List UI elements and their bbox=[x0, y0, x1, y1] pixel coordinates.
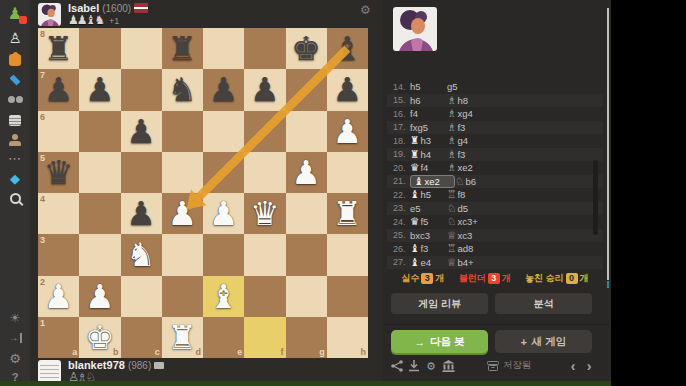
square-c4[interactable] bbox=[121, 193, 162, 234]
square-h2[interactable] bbox=[327, 276, 368, 317]
square-e6[interactable] bbox=[203, 111, 244, 152]
move-row: 15.h6♗h8 bbox=[387, 94, 603, 108]
move-row: 18.♜h3♗g4 bbox=[387, 134, 603, 148]
black-bishop-icon: ♗ bbox=[447, 108, 456, 119]
move-16.-b[interactable]: ♗xg4 bbox=[447, 108, 473, 120]
black-bishop-icon: ♗ bbox=[447, 135, 456, 146]
square-c2[interactable] bbox=[121, 276, 162, 317]
collapse-icon[interactable]: → bbox=[0, 328, 30, 348]
move-18.-w[interactable]: ♜h3 bbox=[410, 135, 447, 147]
white-queen-icon: ♛ bbox=[410, 162, 419, 173]
black-bishop-icon: ♗ bbox=[447, 162, 456, 173]
square-e2[interactable] bbox=[203, 276, 244, 317]
black-knight-icon: ♘ bbox=[447, 203, 456, 214]
move-21.-b[interactable]: ♘b6 bbox=[455, 175, 476, 187]
move-19.-b[interactable]: ♗f3 bbox=[447, 148, 465, 160]
square-a2[interactable]: 2 bbox=[38, 276, 79, 317]
app-window: ♟ ♙ ⋯ ◆ ☀ → ⚙ ? Isabel (1600) ♟♟♝♞ +1 87… bbox=[0, 0, 611, 381]
square-e1[interactable]: e bbox=[203, 317, 244, 358]
move-row: 16.f4♗xg4 bbox=[387, 107, 603, 121]
square-b4[interactable] bbox=[79, 193, 120, 234]
file-label-h: h bbox=[361, 348, 367, 357]
square-f4[interactable] bbox=[244, 193, 285, 234]
top-player-avatar[interactable] bbox=[38, 3, 61, 26]
pawn-logo-icon[interactable]: ♟ bbox=[0, 4, 30, 24]
move-row: 21.♝xe2♘b6 bbox=[387, 175, 603, 189]
square-d4[interactable] bbox=[162, 193, 203, 234]
move-15.-b[interactable]: ♗h8 bbox=[447, 94, 468, 106]
move-22.-w[interactable]: ♝h5 bbox=[410, 189, 447, 201]
square-b5[interactable] bbox=[79, 152, 120, 193]
square-c5[interactable] bbox=[121, 152, 162, 193]
prev-move-icon[interactable]: ‹ bbox=[565, 358, 581, 374]
rank-label-6: 6 bbox=[40, 113, 45, 122]
file-label-g: g bbox=[319, 348, 325, 357]
window-edge-track bbox=[607, 8, 609, 280]
white-bishop-icon: ♝ bbox=[410, 243, 419, 254]
square-e8[interactable] bbox=[203, 28, 244, 69]
move-23.-w[interactable]: e5 bbox=[410, 202, 447, 214]
top-player-bar: Isabel (1600) ♟♟♝♞ +1 bbox=[38, 2, 368, 27]
move-row: 14.h5g5 bbox=[387, 80, 603, 94]
move-18.-b[interactable]: ♗g4 bbox=[447, 135, 468, 147]
move-24.-b[interactable]: ♘xc3+ bbox=[447, 216, 478, 228]
move-15.-w[interactable]: h6 bbox=[410, 94, 447, 106]
move-row: 23.e5♘d5 bbox=[387, 202, 603, 216]
move-14.-w[interactable]: h5 bbox=[410, 81, 447, 93]
move-26.-b[interactable]: ♖ad8 bbox=[447, 243, 473, 255]
next-bot-button[interactable]: → 다음 봇 bbox=[391, 330, 488, 353]
file-label-c: c bbox=[155, 348, 160, 357]
white-bishop-icon: ♝ bbox=[410, 257, 419, 268]
latvia-flag-icon bbox=[134, 3, 148, 13]
notification-badge bbox=[19, 16, 27, 24]
move-number: 14. bbox=[393, 82, 410, 92]
news-icon[interactable] bbox=[0, 110, 30, 130]
move-27.-b[interactable]: ♕b4+ bbox=[447, 256, 474, 268]
move-21.-w[interactable]: ♝xe2 bbox=[410, 175, 455, 188]
square-h1[interactable]: h bbox=[327, 317, 368, 358]
file-label-b: b bbox=[113, 348, 119, 357]
window-edge-accent bbox=[607, 281, 609, 288]
settings-icon[interactable]: ⚙ bbox=[0, 348, 30, 368]
library-icon[interactable] bbox=[440, 358, 456, 374]
square-c8[interactable] bbox=[121, 28, 162, 69]
move-number: 26. bbox=[393, 244, 410, 254]
stat-count-badge: 3 bbox=[421, 273, 433, 284]
white-rook-icon: ♜ bbox=[410, 135, 419, 146]
move-17.-w[interactable]: fxg5 bbox=[410, 121, 447, 133]
white-bishop-icon: ♝ bbox=[414, 176, 423, 187]
watch-icon[interactable] bbox=[0, 90, 30, 110]
move-row: 19.♜h4♗f3 bbox=[387, 148, 603, 162]
square-g3[interactable] bbox=[286, 234, 327, 275]
square-g6[interactable] bbox=[286, 111, 327, 152]
analysis-panel: 14.h5g515.h6♗h816.f4♗xg417.fxg5♗f318.♜h3… bbox=[383, 0, 610, 381]
square-a5[interactable]: 5 bbox=[38, 152, 79, 193]
move-number: 17. bbox=[393, 122, 410, 132]
download-icon[interactable] bbox=[406, 358, 422, 374]
board-settings-icon[interactable]: ⚙ bbox=[360, 3, 371, 17]
premium-diamond-icon[interactable]: ◆ bbox=[0, 168, 30, 188]
square-d8[interactable] bbox=[162, 28, 203, 69]
square-f2[interactable] bbox=[244, 276, 285, 317]
black-bishop-icon: ♗ bbox=[447, 149, 456, 160]
black-rook-icon: ♖ bbox=[447, 243, 456, 254]
square-g8[interactable] bbox=[286, 28, 327, 69]
square-f6[interactable] bbox=[244, 111, 285, 152]
top-player-rating: (1600) bbox=[102, 3, 131, 14]
stats-row: 실수3개블런더3개놓친 승리0개 bbox=[387, 272, 603, 285]
move-row: 20.♛f4♗xe2 bbox=[387, 161, 603, 175]
move-row: 24.♛f5♘xc3+ bbox=[387, 215, 603, 229]
move-row: 22.♝h5♖f8 bbox=[387, 188, 603, 202]
white-rook-icon: ♜ bbox=[410, 149, 419, 160]
black-queen-icon: ♕ bbox=[447, 257, 456, 268]
square-d6[interactable] bbox=[162, 111, 203, 152]
square-b8[interactable] bbox=[79, 28, 120, 69]
move-23.-b[interactable]: ♘d5 bbox=[447, 202, 468, 214]
square-c1[interactable]: c bbox=[121, 317, 162, 358]
square-a8[interactable]: 8 bbox=[38, 28, 79, 69]
more-icon[interactable]: ⋯ bbox=[0, 149, 30, 169]
rank-label-2: 2 bbox=[40, 278, 45, 287]
square-a1[interactable]: 1a bbox=[38, 317, 79, 358]
square-h4[interactable] bbox=[327, 193, 368, 234]
square-a4[interactable]: 4 bbox=[38, 193, 79, 234]
move-row: 26.♝f3♖ad8 bbox=[387, 242, 603, 256]
puzzles-icon[interactable] bbox=[0, 50, 30, 70]
chess-board[interactable]: 87654321abcdefgh bbox=[38, 28, 368, 358]
bottom-player-rating: (986) bbox=[128, 360, 151, 371]
move-20.-b[interactable]: ♗xe2 bbox=[447, 162, 473, 174]
panel-avatar[interactable] bbox=[393, 7, 437, 51]
square-d3[interactable] bbox=[162, 234, 203, 275]
move-16.-w[interactable]: f4 bbox=[410, 108, 447, 120]
game-review-button[interactable]: 게임 리뷰 bbox=[391, 293, 488, 314]
square-b1[interactable]: b bbox=[79, 317, 120, 358]
square-e5[interactable] bbox=[203, 152, 244, 193]
bottom-edge-strip bbox=[0, 381, 611, 386]
stat-0: 실수3개 bbox=[401, 272, 444, 285]
analysis-button[interactable]: 분석 bbox=[495, 293, 592, 314]
square-e3[interactable] bbox=[203, 234, 244, 275]
move-number: 27. bbox=[393, 257, 410, 267]
square-h5[interactable] bbox=[327, 152, 368, 193]
camera-icon bbox=[154, 362, 164, 369]
square-b3[interactable] bbox=[79, 234, 120, 275]
rank-label-8: 8 bbox=[40, 30, 45, 39]
file-label-f: f bbox=[281, 348, 284, 357]
square-e4[interactable] bbox=[203, 193, 244, 234]
white-bishop-icon: ♝ bbox=[410, 189, 419, 200]
square-d7[interactable] bbox=[162, 69, 203, 110]
footer-icons-row: ⚙ 저장됨 ‹ › bbox=[383, 358, 610, 374]
move-number: 24. bbox=[393, 217, 410, 227]
analysis-settings-icon[interactable]: ⚙ bbox=[423, 358, 439, 374]
square-f5[interactable] bbox=[244, 152, 285, 193]
square-c3[interactable] bbox=[121, 234, 162, 275]
move-row: 25.bxc3♕xc3 bbox=[387, 229, 603, 243]
rank-label-5: 5 bbox=[40, 154, 45, 163]
friends-icon[interactable] bbox=[0, 130, 30, 150]
move-17.-b[interactable]: ♗f3 bbox=[447, 121, 465, 133]
new-game-button[interactable]: + 새 게임 bbox=[495, 330, 592, 353]
move-number: 22. bbox=[393, 190, 410, 200]
rank-label-3: 3 bbox=[40, 236, 45, 245]
black-knight-icon: ♘ bbox=[447, 216, 456, 227]
rank-label-1: 1 bbox=[40, 319, 45, 328]
move-25.-w[interactable]: bxc3 bbox=[410, 229, 447, 241]
archive-icon bbox=[487, 361, 499, 371]
square-b7[interactable] bbox=[79, 69, 120, 110]
square-f3[interactable] bbox=[244, 234, 285, 275]
move-row: 17.fxg5♗f3 bbox=[387, 121, 603, 135]
search-icon[interactable] bbox=[0, 188, 30, 208]
square-c6[interactable] bbox=[121, 111, 162, 152]
move-number: 19. bbox=[393, 149, 410, 159]
move-27.-w[interactable]: ♝e4 bbox=[410, 256, 447, 268]
square-d5[interactable] bbox=[162, 152, 203, 193]
sidebar: ♟ ♙ ⋯ ◆ ☀ → ⚙ ? bbox=[0, 0, 30, 381]
theme-icon[interactable]: ☀ bbox=[0, 308, 30, 328]
arrow-right-icon: → bbox=[415, 336, 426, 348]
square-a6[interactable]: 6 bbox=[38, 111, 79, 152]
square-d2[interactable] bbox=[162, 276, 203, 317]
black-bishop-icon: ♗ bbox=[447, 122, 456, 133]
stat-1: 블런더3개 bbox=[459, 272, 511, 285]
square-h7[interactable] bbox=[327, 69, 368, 110]
move-number: 20. bbox=[393, 163, 410, 173]
square-c7[interactable] bbox=[121, 69, 162, 110]
scrollbar-thumb[interactable] bbox=[593, 160, 598, 235]
square-a7[interactable]: 7 bbox=[38, 69, 79, 110]
rank-label-7: 7 bbox=[40, 71, 45, 80]
stat-count-badge: 0 bbox=[566, 273, 578, 284]
square-a3[interactable]: 3 bbox=[38, 234, 79, 275]
move-22.-b[interactable]: ♖f8 bbox=[447, 189, 465, 201]
saved-status: 저장됨 bbox=[487, 359, 532, 372]
file-label-a: a bbox=[72, 348, 77, 357]
black-bishop-icon: ♗ bbox=[447, 95, 456, 106]
move-number: 18. bbox=[393, 136, 410, 146]
square-g2[interactable] bbox=[286, 276, 327, 317]
bottom-player-avatar[interactable] bbox=[38, 360, 61, 383]
top-captured-pieces: ♟♟♝♞ bbox=[68, 14, 103, 27]
move-25.-b[interactable]: ♕xc3 bbox=[447, 229, 472, 241]
move-number: 21. bbox=[393, 176, 410, 186]
rank-label-4: 4 bbox=[40, 195, 45, 204]
move-24.-w[interactable]: ♛f5 bbox=[410, 216, 447, 228]
square-g5[interactable] bbox=[286, 152, 327, 193]
plus-icon: + bbox=[521, 336, 527, 348]
square-e7[interactable] bbox=[203, 69, 244, 110]
stat-count-badge: 3 bbox=[488, 273, 500, 284]
white-queen-icon: ♛ bbox=[410, 216, 419, 227]
move-number: 23. bbox=[393, 203, 410, 213]
move-number: 16. bbox=[393, 109, 410, 119]
square-g4[interactable] bbox=[286, 193, 327, 234]
move-20.-w[interactable]: ♛f4 bbox=[410, 162, 447, 174]
learn-icon[interactable] bbox=[0, 70, 30, 90]
move-row: 27.♝e4♕b4+ bbox=[387, 256, 603, 270]
square-h3[interactable] bbox=[327, 234, 368, 275]
play-icon[interactable]: ♙ bbox=[0, 28, 30, 48]
square-f1[interactable]: f bbox=[244, 317, 285, 358]
square-g7[interactable] bbox=[286, 69, 327, 110]
black-knight-icon: ♘ bbox=[455, 176, 464, 187]
file-label-d: d bbox=[196, 348, 202, 357]
stat-2: 놓친 승리0개 bbox=[525, 272, 589, 285]
square-h6[interactable] bbox=[327, 111, 368, 152]
move-list: 14.h5g515.h6♗h816.f4♗xg417.fxg5♗f318.♜h3… bbox=[387, 80, 603, 269]
next-move-icon[interactable]: › bbox=[581, 358, 597, 374]
material-advantage: +1 bbox=[109, 16, 119, 26]
controls-divider bbox=[383, 324, 610, 325]
move-26.-w[interactable]: ♝f3 bbox=[410, 243, 447, 255]
share-icon[interactable] bbox=[389, 358, 405, 374]
square-g1[interactable]: g bbox=[286, 317, 327, 358]
square-h8[interactable] bbox=[327, 28, 368, 69]
square-d1[interactable]: d bbox=[162, 317, 203, 358]
move-14.-b[interactable]: g5 bbox=[447, 81, 458, 93]
move-number: 25. bbox=[393, 230, 410, 240]
square-b2[interactable] bbox=[79, 276, 120, 317]
black-rook-icon: ♖ bbox=[447, 189, 456, 200]
black-queen-icon: ♕ bbox=[447, 230, 456, 241]
move-number: 15. bbox=[393, 95, 410, 105]
square-f7[interactable] bbox=[244, 69, 285, 110]
square-f8[interactable] bbox=[244, 28, 285, 69]
file-label-e: e bbox=[237, 348, 242, 357]
square-b6[interactable] bbox=[79, 111, 120, 152]
move-19.-w[interactable]: ♜h4 bbox=[410, 148, 447, 160]
